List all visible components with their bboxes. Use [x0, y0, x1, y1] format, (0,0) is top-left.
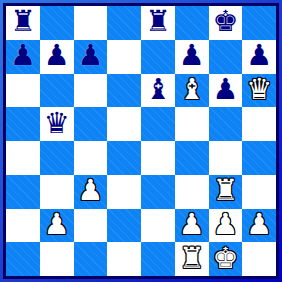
square-e1[interactable]	[141, 242, 175, 276]
square-h3[interactable]	[242, 175, 276, 209]
square-f3[interactable]	[175, 175, 209, 209]
square-g7[interactable]	[209, 40, 243, 74]
square-c4[interactable]	[74, 141, 108, 175]
white-pawn[interactable]: ♟	[246, 210, 272, 239]
square-g5[interactable]	[209, 107, 243, 141]
white-queen[interactable]: ♛	[246, 75, 272, 104]
black-queen[interactable]: ♛	[44, 109, 70, 138]
square-b4[interactable]	[40, 141, 74, 175]
board-frame: ♜♜♚♟♟♟♟♟♝♝♟♛♛♟♜♟♟♟♟♜♚	[0, 0, 282, 282]
square-c1[interactable]	[74, 242, 108, 276]
square-h2[interactable]: ♟	[242, 209, 276, 243]
white-king[interactable]: ♚	[212, 244, 238, 273]
black-rook[interactable]: ♜	[10, 7, 36, 36]
square-d7[interactable]	[107, 40, 141, 74]
white-pawn[interactable]: ♟	[179, 210, 205, 239]
square-f8[interactable]	[175, 6, 209, 40]
white-rook[interactable]: ♜	[212, 176, 238, 205]
square-h6[interactable]: ♛	[242, 74, 276, 108]
square-d2[interactable]	[107, 209, 141, 243]
square-b5[interactable]: ♛	[40, 107, 74, 141]
square-d1[interactable]	[107, 242, 141, 276]
square-f4[interactable]	[175, 141, 209, 175]
board-inner-border: ♜♜♚♟♟♟♟♟♝♝♟♛♛♟♜♟♟♟♟♜♚	[3, 3, 279, 279]
black-pawn[interactable]: ♟	[212, 75, 238, 104]
square-c6[interactable]	[74, 74, 108, 108]
black-pawn[interactable]: ♟	[77, 41, 103, 70]
square-h4[interactable]	[242, 141, 276, 175]
square-g2[interactable]: ♟	[209, 209, 243, 243]
square-d3[interactable]	[107, 175, 141, 209]
square-b1[interactable]	[40, 242, 74, 276]
square-e7[interactable]	[141, 40, 175, 74]
black-rook[interactable]: ♜	[145, 7, 171, 36]
square-g8[interactable]: ♚	[209, 6, 243, 40]
square-h5[interactable]	[242, 107, 276, 141]
square-a8[interactable]: ♜	[6, 6, 40, 40]
square-f7[interactable]: ♟	[175, 40, 209, 74]
black-king[interactable]: ♚	[212, 7, 238, 36]
square-a3[interactable]	[6, 175, 40, 209]
square-a5[interactable]	[6, 107, 40, 141]
square-d6[interactable]	[107, 74, 141, 108]
square-d5[interactable]	[107, 107, 141, 141]
square-g6[interactable]: ♟	[209, 74, 243, 108]
square-e6[interactable]: ♝	[141, 74, 175, 108]
square-e4[interactable]	[141, 141, 175, 175]
white-pawn[interactable]: ♟	[77, 176, 103, 205]
square-c7[interactable]: ♟	[74, 40, 108, 74]
square-b6[interactable]	[40, 74, 74, 108]
square-a7[interactable]: ♟	[6, 40, 40, 74]
square-a6[interactable]	[6, 74, 40, 108]
white-bishop[interactable]: ♝	[179, 75, 205, 104]
square-f1[interactable]: ♜	[175, 242, 209, 276]
square-d4[interactable]	[107, 141, 141, 175]
square-g1[interactable]: ♚	[209, 242, 243, 276]
square-h1[interactable]	[242, 242, 276, 276]
white-pawn[interactable]: ♟	[212, 210, 238, 239]
black-pawn[interactable]: ♟	[246, 41, 272, 70]
chess-board: ♜♜♚♟♟♟♟♟♝♝♟♛♛♟♜♟♟♟♟♜♚	[6, 6, 276, 276]
square-e5[interactable]	[141, 107, 175, 141]
square-b7[interactable]: ♟	[40, 40, 74, 74]
square-a4[interactable]	[6, 141, 40, 175]
black-pawn[interactable]: ♟	[179, 41, 205, 70]
black-pawn[interactable]: ♟	[10, 41, 36, 70]
square-g3[interactable]: ♜	[209, 175, 243, 209]
square-b8[interactable]	[40, 6, 74, 40]
white-rook[interactable]: ♜	[179, 244, 205, 273]
square-c3[interactable]: ♟	[74, 175, 108, 209]
square-g4[interactable]	[209, 141, 243, 175]
square-h7[interactable]: ♟	[242, 40, 276, 74]
white-pawn[interactable]: ♟	[44, 210, 70, 239]
square-c8[interactable]	[74, 6, 108, 40]
square-a1[interactable]	[6, 242, 40, 276]
square-f6[interactable]: ♝	[175, 74, 209, 108]
square-b3[interactable]	[40, 175, 74, 209]
square-e8[interactable]: ♜	[141, 6, 175, 40]
square-f2[interactable]: ♟	[175, 209, 209, 243]
square-e3[interactable]	[141, 175, 175, 209]
square-c5[interactable]	[74, 107, 108, 141]
square-e2[interactable]	[141, 209, 175, 243]
black-bishop[interactable]: ♝	[145, 75, 171, 104]
square-b2[interactable]: ♟	[40, 209, 74, 243]
square-h8[interactable]	[242, 6, 276, 40]
square-d8[interactable]	[107, 6, 141, 40]
square-c2[interactable]	[74, 209, 108, 243]
black-pawn[interactable]: ♟	[44, 41, 70, 70]
square-f5[interactable]	[175, 107, 209, 141]
square-a2[interactable]	[6, 209, 40, 243]
